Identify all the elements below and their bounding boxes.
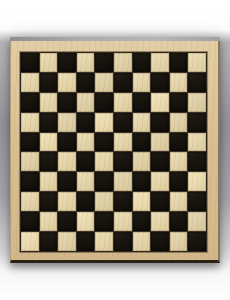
board-square[interactable] (170, 113, 188, 132)
board-square[interactable] (77, 172, 95, 191)
board-square[interactable] (151, 133, 169, 152)
board-square[interactable] (77, 232, 95, 251)
board-square[interactable] (133, 172, 151, 191)
board-square[interactable] (133, 113, 151, 132)
board-square[interactable] (114, 212, 132, 231)
board-square[interactable] (114, 192, 132, 211)
board-square[interactable] (40, 172, 58, 191)
board-square[interactable] (114, 53, 132, 72)
board-square[interactable] (170, 53, 188, 72)
board-square[interactable] (151, 152, 169, 171)
board-square[interactable] (40, 212, 58, 231)
board-square[interactable] (170, 152, 188, 171)
board-square[interactable] (188, 73, 206, 92)
board-square[interactable] (21, 93, 39, 112)
board-square[interactable] (170, 93, 188, 112)
board-square[interactable] (151, 212, 169, 231)
board-square[interactable] (95, 172, 113, 191)
board-square[interactable] (114, 172, 132, 191)
board-square[interactable] (21, 232, 39, 251)
board-square[interactable] (170, 73, 188, 92)
board-square[interactable] (40, 232, 58, 251)
board-square[interactable] (151, 73, 169, 92)
board-square[interactable] (133, 53, 151, 72)
board-square[interactable] (133, 152, 151, 171)
board-square[interactable] (95, 53, 113, 72)
board-square[interactable] (114, 232, 132, 251)
board-square[interactable] (170, 232, 188, 251)
board-square[interactable] (77, 212, 95, 231)
board-square[interactable] (77, 133, 95, 152)
board-grid (20, 52, 207, 252)
board-square[interactable] (170, 133, 188, 152)
board-square[interactable] (151, 192, 169, 211)
board-square[interactable] (77, 73, 95, 92)
board-square[interactable] (58, 192, 76, 211)
board-square[interactable] (114, 73, 132, 92)
board-square[interactable] (151, 172, 169, 191)
board-square[interactable] (95, 93, 113, 112)
board-square[interactable] (58, 212, 76, 231)
board-square[interactable] (21, 73, 39, 92)
board-square[interactable] (58, 152, 76, 171)
board-square[interactable] (21, 113, 39, 132)
board-square[interactable] (95, 133, 113, 152)
board-square[interactable] (77, 192, 95, 211)
board-square[interactable] (188, 93, 206, 112)
board-square[interactable] (170, 212, 188, 231)
board-square[interactable] (77, 113, 95, 132)
board-square[interactable] (114, 133, 132, 152)
board-square[interactable] (40, 152, 58, 171)
board-square[interactable] (133, 212, 151, 231)
board-square[interactable] (188, 152, 206, 171)
board-square[interactable] (188, 53, 206, 72)
board-square[interactable] (40, 113, 58, 132)
board-square[interactable] (40, 133, 58, 152)
board-square[interactable] (21, 133, 39, 152)
board-square[interactable] (188, 212, 206, 231)
board-square[interactable] (21, 152, 39, 171)
board-square[interactable] (114, 152, 132, 171)
board-square[interactable] (95, 232, 113, 251)
board-square[interactable] (133, 192, 151, 211)
board-square[interactable] (58, 172, 76, 191)
board-square[interactable] (21, 212, 39, 231)
board-square[interactable] (58, 73, 76, 92)
board-square[interactable] (77, 152, 95, 171)
board-square[interactable] (95, 212, 113, 231)
board-square[interactable] (21, 53, 39, 72)
board-square[interactable] (188, 113, 206, 132)
board-square[interactable] (114, 93, 132, 112)
board-square[interactable] (95, 113, 113, 132)
board-square[interactable] (40, 53, 58, 72)
board-square[interactable] (77, 93, 95, 112)
board-square[interactable] (21, 192, 39, 211)
draughts-board (10, 37, 220, 263)
board-square[interactable] (188, 133, 206, 152)
board-square[interactable] (58, 53, 76, 72)
board-square[interactable] (40, 73, 58, 92)
photo-background (0, 0, 230, 300)
board-square[interactable] (58, 133, 76, 152)
board-square[interactable] (40, 93, 58, 112)
board-square[interactable] (188, 192, 206, 211)
board-square[interactable] (151, 93, 169, 112)
board-square[interactable] (151, 113, 169, 132)
board-square[interactable] (188, 232, 206, 251)
board-square[interactable] (95, 152, 113, 171)
board-square[interactable] (58, 93, 76, 112)
board-square[interactable] (21, 172, 39, 191)
board-square[interactable] (77, 53, 95, 72)
board-square[interactable] (133, 93, 151, 112)
board-square[interactable] (58, 113, 76, 132)
board-square[interactable] (151, 232, 169, 251)
board-square[interactable] (133, 133, 151, 152)
board-square[interactable] (58, 232, 76, 251)
board-square[interactable] (133, 232, 151, 251)
board-square[interactable] (188, 172, 206, 191)
board-square[interactable] (40, 192, 58, 211)
board-square[interactable] (114, 113, 132, 132)
board-square[interactable] (170, 172, 188, 191)
board-square[interactable] (95, 192, 113, 211)
board-square[interactable] (95, 73, 113, 92)
board-square[interactable] (151, 53, 169, 72)
board-square[interactable] (133, 73, 151, 92)
board-square[interactable] (170, 192, 188, 211)
